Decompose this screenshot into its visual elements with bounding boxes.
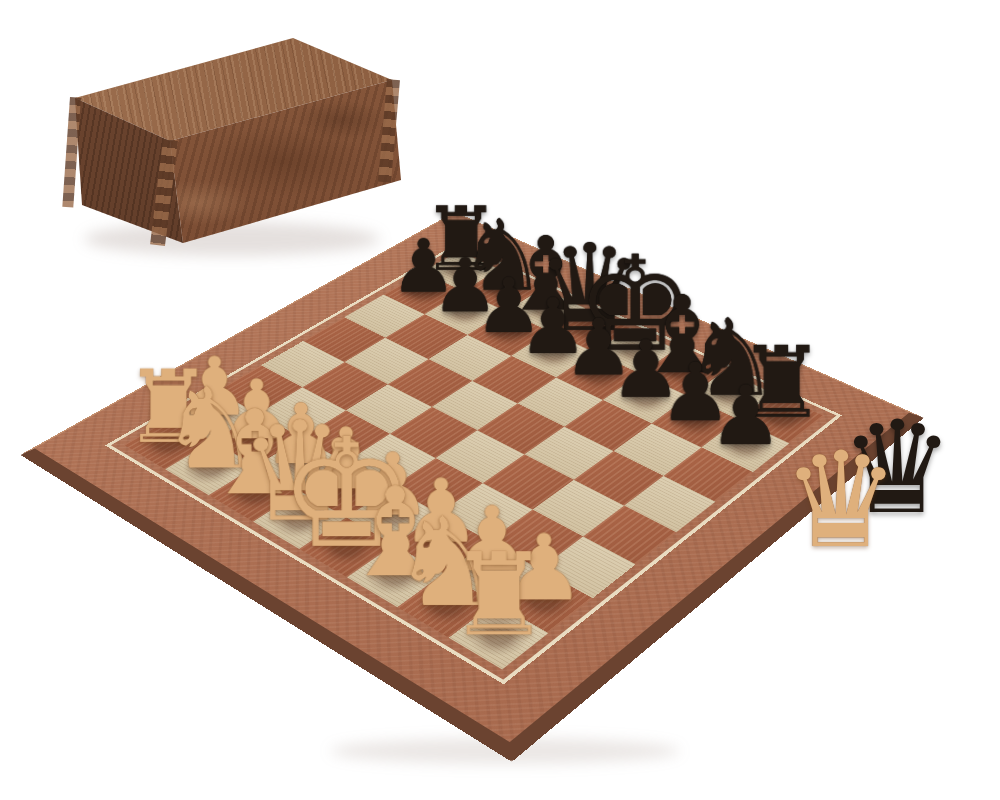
piece-white-rook[interactable]: ♜ [408, 539, 590, 653]
board-stage: ♜♞♝♛♚♝♞♜♟♟♟♟♟♟♟♟♟♟♟♟♟♟♟♟♜♞♝♛♚♝♞♜ [0, 0, 1000, 800]
square-e5 [477, 403, 564, 454]
board-grid: ♜♞♝♛♚♝♞♜♟♟♟♟♟♟♟♟♟♟♟♟♟♟♟♟♜♞♝♛♚♝♞♜ [124, 251, 824, 670]
square-h7: ♟ [701, 420, 789, 472]
piece-black-pawn[interactable]: ♟ [665, 375, 826, 458]
chessboard: ♜♞♝♛♚♝♞♜♟♟♟♟♟♟♟♟♟♟♟♟♟♟♟♟♜♞♝♛♚♝♞♜ [20, 212, 924, 762]
product-photo-scene: ♜♞♝♛♚♝♞♜♟♟♟♟♟♟♟♟♟♟♟♟♟♟♟♟♜♞♝♛♚♝♞♜ ♛♛ [0, 0, 1000, 800]
square-h1: ♜ [449, 602, 549, 669]
board-inlay-line: ♜♞♝♛♚♝♞♜♟♟♟♟♟♟♟♟♟♟♟♟♟♟♟♟♜♞♝♛♚♝♞♜ [105, 243, 842, 684]
